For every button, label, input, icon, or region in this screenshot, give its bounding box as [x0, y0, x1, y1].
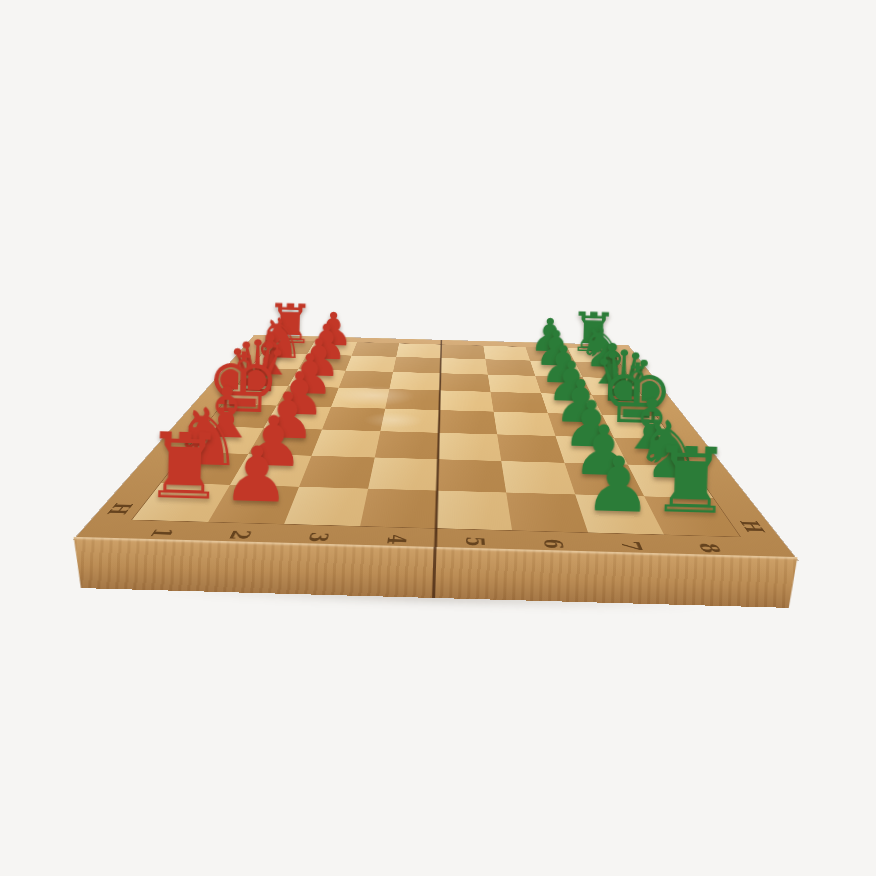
square-g4[interactable] — [368, 457, 438, 490]
piece-green-rook-h8[interactable]: ♜ — [649, 435, 733, 528]
square-d4[interactable] — [385, 389, 440, 410]
piece-green-pawn-h7[interactable]: ♟ — [583, 445, 653, 523]
square-d5[interactable] — [439, 390, 493, 411]
square-h4[interactable] — [360, 489, 437, 529]
square-b5[interactable] — [440, 358, 487, 374]
rank-label-5: 5 — [460, 536, 490, 547]
square-g5[interactable] — [437, 459, 506, 492]
rank-label-4: 4 — [381, 534, 412, 545]
square-e3[interactable] — [322, 407, 385, 431]
rank-label-3: 3 — [302, 532, 334, 543]
square-f4[interactable] — [375, 431, 439, 459]
square-h3[interactable] — [284, 487, 368, 526]
square-g6[interactable] — [501, 461, 575, 494]
square-c4[interactable] — [389, 372, 440, 391]
rank-label-7: 7 — [615, 541, 649, 552]
square-d3[interactable] — [331, 388, 389, 409]
square-a3[interactable] — [352, 342, 399, 357]
square-f5[interactable] — [438, 433, 501, 461]
square-e6[interactable] — [494, 412, 556, 436]
square-f6[interactable] — [497, 434, 564, 462]
square-b4[interactable] — [393, 357, 441, 373]
file-label-left: H — [101, 503, 139, 516]
square-e5[interactable] — [439, 410, 497, 434]
front-edge-seam — [432, 547, 436, 598]
rank-label-8: 8 — [692, 543, 727, 554]
piece-red-pawn-h2[interactable]: ♟ — [222, 435, 292, 513]
square-b6[interactable] — [485, 359, 535, 376]
square-c5[interactable] — [440, 373, 491, 392]
square-d6[interactable] — [491, 392, 548, 413]
square-e4[interactable] — [380, 409, 439, 433]
square-c6[interactable] — [488, 375, 541, 394]
chess-set-photo: 12345678 H H ♜♟♟♜♞♟♟♞♝♟♟♝♛♟♟♛♚♟♟♚♝♟♟♝♞♟♟… — [0, 0, 876, 876]
rank-label-2: 2 — [223, 530, 257, 541]
square-f3[interactable] — [312, 430, 381, 458]
square-b3[interactable] — [346, 356, 397, 372]
rank-label-1: 1 — [144, 528, 180, 539]
square-a6[interactable] — [483, 346, 530, 361]
square-a5[interactable] — [441, 345, 486, 360]
square-g3[interactable] — [299, 456, 375, 489]
file-label-right: H — [734, 520, 771, 533]
piece-red-rook-h1[interactable]: ♜ — [143, 421, 227, 514]
square-a4[interactable] — [396, 343, 441, 358]
square-c3[interactable] — [339, 371, 393, 389]
square-h5[interactable] — [436, 491, 512, 531]
rank-label-6: 6 — [537, 538, 569, 549]
